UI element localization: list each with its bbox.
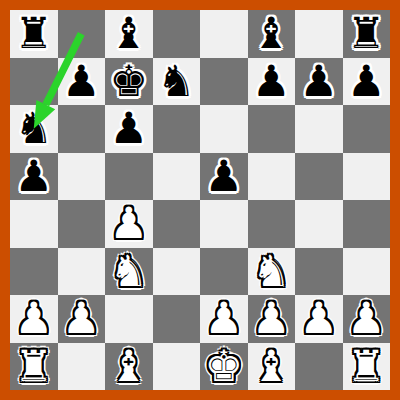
square-g6[interactable] <box>295 105 343 153</box>
square-b3[interactable] <box>58 248 106 296</box>
square-h8[interactable]: ♜ <box>343 10 391 58</box>
piece-black-pawn-e5[interactable]: ♟ <box>204 155 243 198</box>
piece-black-bishop-c8[interactable]: ♝ <box>109 12 148 55</box>
square-g4[interactable] <box>295 200 343 248</box>
square-f6[interactable] <box>248 105 296 153</box>
square-c1[interactable]: ♝ <box>105 343 153 391</box>
piece-white-pawn-f2[interactable]: ♟ <box>252 297 291 340</box>
square-f7[interactable]: ♟ <box>248 58 296 106</box>
square-b2[interactable]: ♟ <box>58 295 106 343</box>
piece-black-bishop-f8[interactable]: ♝ <box>252 12 291 55</box>
square-d5[interactable] <box>153 153 201 201</box>
square-g8[interactable] <box>295 10 343 58</box>
chess-board: ♜♝♝♜♟♚♞♟♟♟♞♟♟♟♟♞♞♟♟♟♟♟♟♜♝♚♝♜ <box>10 10 390 390</box>
piece-white-pawn-g2[interactable]: ♟ <box>299 297 338 340</box>
piece-black-pawn-h7[interactable]: ♟ <box>347 60 386 103</box>
square-c8[interactable]: ♝ <box>105 10 153 58</box>
square-a6[interactable]: ♞ <box>10 105 58 153</box>
piece-white-knight-c3[interactable]: ♞ <box>109 250 148 293</box>
piece-white-knight-f3[interactable]: ♞ <box>252 250 291 293</box>
square-g1[interactable] <box>295 343 343 391</box>
square-e3[interactable] <box>200 248 248 296</box>
square-a8[interactable]: ♜ <box>10 10 58 58</box>
square-g2[interactable]: ♟ <box>295 295 343 343</box>
piece-white-king-e1[interactable]: ♚ <box>204 345 243 388</box>
piece-white-rook-a1[interactable]: ♜ <box>14 345 53 388</box>
square-f1[interactable]: ♝ <box>248 343 296 391</box>
square-g3[interactable] <box>295 248 343 296</box>
square-h1[interactable]: ♜ <box>343 343 391 391</box>
square-g7[interactable]: ♟ <box>295 58 343 106</box>
square-a7[interactable] <box>10 58 58 106</box>
piece-white-pawn-b2[interactable]: ♟ <box>62 297 101 340</box>
square-d7[interactable]: ♞ <box>153 58 201 106</box>
square-b6[interactable] <box>58 105 106 153</box>
square-f4[interactable] <box>248 200 296 248</box>
square-a5[interactable]: ♟ <box>10 153 58 201</box>
square-d6[interactable] <box>153 105 201 153</box>
piece-white-pawn-c4[interactable]: ♟ <box>109 202 148 245</box>
piece-black-pawn-g7[interactable]: ♟ <box>299 60 338 103</box>
square-c5[interactable] <box>105 153 153 201</box>
piece-white-bishop-f1[interactable]: ♝ <box>252 345 291 388</box>
square-d4[interactable] <box>153 200 201 248</box>
square-e1[interactable]: ♚ <box>200 343 248 391</box>
square-c3[interactable]: ♞ <box>105 248 153 296</box>
square-f8[interactable]: ♝ <box>248 10 296 58</box>
piece-black-knight-a6[interactable]: ♞ <box>14 107 53 150</box>
square-c7[interactable]: ♚ <box>105 58 153 106</box>
square-b7[interactable]: ♟ <box>58 58 106 106</box>
square-e2[interactable]: ♟ <box>200 295 248 343</box>
square-b8[interactable] <box>58 10 106 58</box>
square-e4[interactable] <box>200 200 248 248</box>
piece-white-pawn-a2[interactable]: ♟ <box>14 297 53 340</box>
piece-black-rook-a8[interactable]: ♜ <box>14 12 53 55</box>
square-e5[interactable]: ♟ <box>200 153 248 201</box>
square-d3[interactable] <box>153 248 201 296</box>
square-b1[interactable] <box>58 343 106 391</box>
square-b4[interactable] <box>58 200 106 248</box>
square-h6[interactable] <box>343 105 391 153</box>
square-a3[interactable] <box>10 248 58 296</box>
square-h3[interactable] <box>343 248 391 296</box>
square-f3[interactable]: ♞ <box>248 248 296 296</box>
square-b5[interactable] <box>58 153 106 201</box>
piece-white-pawn-e2[interactable]: ♟ <box>204 297 243 340</box>
square-c6[interactable]: ♟ <box>105 105 153 153</box>
square-h5[interactable] <box>343 153 391 201</box>
piece-black-pawn-b7[interactable]: ♟ <box>62 60 101 103</box>
square-h4[interactable] <box>343 200 391 248</box>
square-a2[interactable]: ♟ <box>10 295 58 343</box>
piece-black-knight-d7[interactable]: ♞ <box>157 60 196 103</box>
piece-black-pawn-a5[interactable]: ♟ <box>14 155 53 198</box>
square-c4[interactable]: ♟ <box>105 200 153 248</box>
square-h2[interactable]: ♟ <box>343 295 391 343</box>
piece-black-pawn-c6[interactable]: ♟ <box>109 107 148 150</box>
piece-white-bishop-c1[interactable]: ♝ <box>109 345 148 388</box>
square-g5[interactable] <box>295 153 343 201</box>
square-d8[interactable] <box>153 10 201 58</box>
square-f2[interactable]: ♟ <box>248 295 296 343</box>
piece-white-rook-h1[interactable]: ♜ <box>347 345 386 388</box>
square-a4[interactable] <box>10 200 58 248</box>
board-frame: ♜♝♝♜♟♚♞♟♟♟♞♟♟♟♟♞♞♟♟♟♟♟♟♜♝♚♝♜ <box>0 0 400 400</box>
square-c2[interactable] <box>105 295 153 343</box>
square-e6[interactable] <box>200 105 248 153</box>
square-a1[interactable]: ♜ <box>10 343 58 391</box>
piece-black-rook-h8[interactable]: ♜ <box>347 12 386 55</box>
square-e7[interactable] <box>200 58 248 106</box>
piece-black-king-c7[interactable]: ♚ <box>109 60 148 103</box>
square-d1[interactable] <box>153 343 201 391</box>
square-d2[interactable] <box>153 295 201 343</box>
square-h7[interactable]: ♟ <box>343 58 391 106</box>
square-f5[interactable] <box>248 153 296 201</box>
square-e8[interactable] <box>200 10 248 58</box>
piece-black-pawn-f7[interactable]: ♟ <box>252 60 291 103</box>
piece-white-pawn-h2[interactable]: ♟ <box>347 297 386 340</box>
